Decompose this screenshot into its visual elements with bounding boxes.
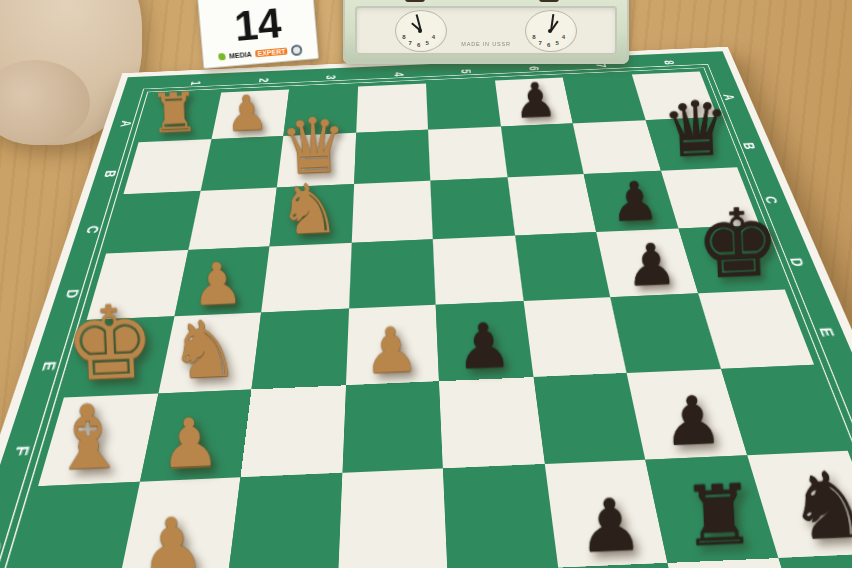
chess-clock: 45678 45678 MADE IN USSR	[343, 0, 629, 64]
square-f6	[533, 372, 646, 464]
square-f4	[342, 381, 443, 473]
square-c4	[351, 181, 433, 243]
square-d6	[514, 232, 610, 301]
club-badge-icon	[291, 44, 303, 56]
square-d5	[433, 235, 523, 305]
black-pawn-f7: ♟	[662, 387, 725, 456]
square-f1: ♝	[38, 393, 158, 486]
black-queen-b8: ♛	[660, 91, 731, 170]
square-f8	[720, 364, 847, 455]
square-a1: ♜	[139, 92, 221, 142]
square-c2	[188, 187, 277, 249]
white-pawn-g2: ♟	[138, 506, 206, 568]
coord-left-C: C	[82, 226, 101, 235]
chess-board-wrap: ♜♟♟♛♛♞♟♟♟♚♚♞♟♟♝♟♟♟♟♜♞ 12345678ABCDEFGHAB…	[0, 47, 852, 568]
square-c6	[507, 174, 596, 235]
square-b1	[123, 139, 211, 194]
square-c3: ♞	[269, 184, 353, 246]
coord-top-3: 3	[323, 75, 338, 80]
square-e6	[523, 297, 626, 376]
square-b6	[500, 123, 583, 177]
square-e5: ♟	[436, 301, 533, 381]
square-b8: ♛	[645, 117, 737, 171]
white-rook-a1: ♜	[149, 84, 200, 140]
dial-number-8: 8	[532, 34, 535, 40]
dial-number-4: 4	[432, 34, 435, 40]
sponsor-media-text: MEDIA	[229, 51, 252, 60]
right-dial-center	[548, 29, 552, 33]
coord-left-G: G	[0, 541, 6, 557]
table-number-card: 14 MEDIA EXPERT	[197, 0, 319, 69]
board-border: ♜♟♟♛♛♞♟♟♟♚♚♞♟♟♝♟♟♟♟♜♞ 12345678ABCDEFGHAB…	[0, 51, 852, 568]
square-b4	[354, 129, 431, 184]
black-pawn-c7: ♟	[610, 174, 661, 230]
square-g4	[337, 469, 447, 568]
square-d3	[261, 242, 351, 312]
square-g5	[443, 464, 557, 568]
coord-right-F: F	[848, 409, 852, 420]
white-king-e1: ♚	[63, 290, 158, 395]
coord-left-F: F	[10, 445, 34, 456]
white-pawn-f2: ♟	[158, 409, 221, 478]
white-knight-e2: ♞	[167, 309, 241, 391]
sponsor-logos: MEDIA EXPERT	[218, 44, 303, 62]
white-pawn-e4: ♟	[362, 318, 420, 382]
square-a6: ♟	[494, 77, 572, 126]
coord-right-D: D	[786, 257, 807, 266]
square-b2	[200, 136, 283, 191]
black-pawn-d7: ♟	[625, 235, 679, 295]
black-rook-g7: ♜	[680, 472, 757, 557]
coord-top-6: 6	[526, 66, 541, 71]
square-f3	[240, 385, 345, 478]
white-bishop-f1: ♝	[47, 392, 130, 483]
sponsor-leaf-icon	[218, 53, 226, 61]
square-b5	[428, 126, 507, 181]
square-g1	[7, 482, 139, 568]
white-pawn-a2: ♟	[224, 88, 269, 138]
photo-stage: 45678 45678 MADE IN USSR 14 MEDIA EXPERT…	[0, 0, 852, 568]
white-knight-c3: ♞	[277, 173, 341, 244]
black-king-d8: ♚	[693, 194, 781, 292]
left-dial-center	[418, 29, 422, 33]
clock-face: 45678 45678 MADE IN USSR	[355, 6, 617, 55]
chess-board: ♜♟♟♛♛♞♟♟♟♚♚♞♟♟♝♟♟♟♟♜♞ 12345678ABCDEFGHAB…	[0, 47, 852, 568]
black-pawn-e5: ♟	[455, 314, 513, 378]
square-g8: ♞	[746, 451, 852, 557]
black-knight-g8: ♞	[785, 458, 852, 554]
coord-top-5: 5	[459, 69, 474, 74]
square-g3	[227, 473, 341, 568]
clock-left-button	[405, 0, 425, 2]
board-grid: ♜♟♟♛♛♞♟♟♟♚♚♞♟♟♝♟♟♟♟♜♞	[0, 71, 852, 568]
coord-right-E: E	[815, 327, 838, 337]
coord-top-8: 8	[661, 60, 677, 65]
square-e4: ♟	[345, 305, 439, 385]
square-d4	[348, 239, 435, 309]
square-e2: ♞	[158, 312, 261, 392]
square-f5	[439, 377, 544, 469]
black-pawn-a6: ♟	[513, 75, 558, 125]
square-c5	[430, 177, 514, 238]
square-c1	[106, 191, 200, 253]
dial-number-4: 4	[562, 34, 565, 40]
square-e3	[252, 309, 349, 389]
coord-left-E: E	[38, 361, 60, 371]
coord-top-4: 4	[391, 72, 405, 77]
clock-right-button	[539, 0, 559, 2]
clock-brand-text: MADE IN USSR	[355, 41, 617, 47]
dial-number-8: 8	[402, 34, 405, 40]
coord-top-2: 2	[256, 78, 271, 83]
square-a4	[356, 83, 428, 132]
coord-left-A: A	[117, 120, 134, 127]
coord-right-B: B	[740, 142, 759, 149]
square-f2: ♟	[139, 389, 251, 482]
black-pawn-g6: ♟	[576, 487, 644, 562]
coord-left-B: B	[101, 170, 119, 178]
sponsor-expert-text: EXPERT	[255, 48, 288, 58]
square-d8: ♚	[678, 225, 785, 294]
table-number: 14	[233, 3, 283, 47]
square-a5	[426, 80, 500, 129]
